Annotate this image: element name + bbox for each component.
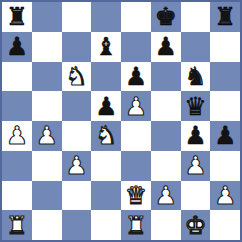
square-h7[interactable] <box>210 32 240 62</box>
square-a6[interactable] <box>2 62 32 92</box>
square-a3[interactable] <box>2 151 32 181</box>
black-rook[interactable]: ♜ <box>214 2 236 31</box>
square-c5[interactable] <box>62 91 92 121</box>
square-f2[interactable]: ♟ <box>151 181 181 211</box>
square-b8[interactable] <box>32 2 62 32</box>
square-c3[interactable]: ♟ <box>62 151 92 181</box>
square-h3[interactable] <box>210 151 240 181</box>
square-b3[interactable] <box>32 151 62 181</box>
square-f6[interactable] <box>151 62 181 92</box>
white-pawn[interactable]: ♟ <box>154 181 176 210</box>
square-e8[interactable] <box>121 2 151 32</box>
square-c6[interactable]: ♞ <box>62 62 92 92</box>
square-d6[interactable] <box>91 62 121 92</box>
square-a7[interactable]: ♟ <box>2 32 32 62</box>
square-c7[interactable] <box>62 32 92 62</box>
square-g4[interactable]: ♟ <box>181 121 211 151</box>
chess-board-panel: ♜♚♜♟♝♟♞♟♞♟♟♛♟♟♞♟♟♟♟♛♟♟♜♜♚ <box>0 0 242 242</box>
square-e6[interactable]: ♟ <box>121 62 151 92</box>
white-king[interactable]: ♚ <box>184 211 206 240</box>
square-g2[interactable] <box>181 181 211 211</box>
square-a8[interactable]: ♜ <box>2 2 32 32</box>
square-d3[interactable] <box>91 151 121 181</box>
square-e2[interactable]: ♛ <box>121 181 151 211</box>
square-b4[interactable]: ♟ <box>32 121 62 151</box>
square-a4[interactable]: ♟ <box>2 121 32 151</box>
square-c8[interactable] <box>62 2 92 32</box>
black-king[interactable]: ♚ <box>154 2 176 31</box>
square-a2[interactable] <box>2 181 32 211</box>
square-d5[interactable]: ♟ <box>91 91 121 121</box>
square-h1[interactable] <box>210 210 240 240</box>
black-pawn[interactable]: ♟ <box>214 121 236 150</box>
square-f8[interactable]: ♚ <box>151 2 181 32</box>
square-c2[interactable] <box>62 181 92 211</box>
square-g5[interactable]: ♛ <box>181 91 211 121</box>
square-h4[interactable]: ♟ <box>210 121 240 151</box>
square-d1[interactable] <box>91 210 121 240</box>
black-queen[interactable]: ♛ <box>184 92 206 121</box>
square-h8[interactable]: ♜ <box>210 2 240 32</box>
square-e7[interactable] <box>121 32 151 62</box>
square-a1[interactable]: ♜ <box>2 210 32 240</box>
square-b6[interactable] <box>32 62 62 92</box>
square-e1[interactable]: ♜ <box>121 210 151 240</box>
square-c4[interactable] <box>62 121 92 151</box>
square-h2[interactable]: ♟ <box>210 181 240 211</box>
square-b5[interactable] <box>32 91 62 121</box>
black-pawn[interactable]: ♟ <box>95 92 117 121</box>
square-f5[interactable] <box>151 91 181 121</box>
square-e4[interactable] <box>121 121 151 151</box>
square-g6[interactable]: ♞ <box>181 62 211 92</box>
square-d4[interactable]: ♞ <box>91 121 121 151</box>
white-knight[interactable]: ♞ <box>95 121 117 150</box>
chess-board: ♜♚♜♟♝♟♞♟♞♟♟♛♟♟♞♟♟♟♟♛♟♟♜♜♚ <box>0 0 242 242</box>
square-f4[interactable] <box>151 121 181 151</box>
white-pawn[interactable]: ♟ <box>184 151 206 180</box>
white-pawn[interactable]: ♟ <box>214 181 236 210</box>
square-d2[interactable] <box>91 181 121 211</box>
white-queen[interactable]: ♛ <box>125 181 147 210</box>
square-b1[interactable] <box>32 210 62 240</box>
square-h6[interactable] <box>210 62 240 92</box>
white-knight[interactable]: ♞ <box>65 62 87 91</box>
black-bishop[interactable]: ♝ <box>95 32 117 61</box>
square-g3[interactable]: ♟ <box>181 151 211 181</box>
black-rook[interactable]: ♜ <box>6 2 28 31</box>
black-pawn[interactable]: ♟ <box>125 62 147 91</box>
white-pawn[interactable]: ♟ <box>35 121 57 150</box>
white-pawn[interactable]: ♟ <box>125 92 147 121</box>
black-knight[interactable]: ♞ <box>184 62 206 91</box>
square-f3[interactable] <box>151 151 181 181</box>
square-e3[interactable] <box>121 151 151 181</box>
square-e5[interactable]: ♟ <box>121 91 151 121</box>
square-d7[interactable]: ♝ <box>91 32 121 62</box>
square-b7[interactable] <box>32 32 62 62</box>
square-g7[interactable] <box>181 32 211 62</box>
square-c1[interactable] <box>62 210 92 240</box>
black-pawn[interactable]: ♟ <box>6 32 28 61</box>
white-rook[interactable]: ♜ <box>125 211 147 240</box>
square-b2[interactable] <box>32 181 62 211</box>
square-f1[interactable] <box>151 210 181 240</box>
black-pawn[interactable]: ♟ <box>184 121 206 150</box>
square-a5[interactable] <box>2 91 32 121</box>
square-h5[interactable] <box>210 91 240 121</box>
white-rook[interactable]: ♜ <box>6 211 28 240</box>
square-f7[interactable]: ♟ <box>151 32 181 62</box>
white-pawn[interactable]: ♟ <box>65 151 87 180</box>
square-g1[interactable]: ♚ <box>181 210 211 240</box>
black-pawn[interactable]: ♟ <box>154 32 176 61</box>
square-g8[interactable] <box>181 2 211 32</box>
square-d8[interactable] <box>91 2 121 32</box>
white-pawn[interactable]: ♟ <box>6 121 28 150</box>
